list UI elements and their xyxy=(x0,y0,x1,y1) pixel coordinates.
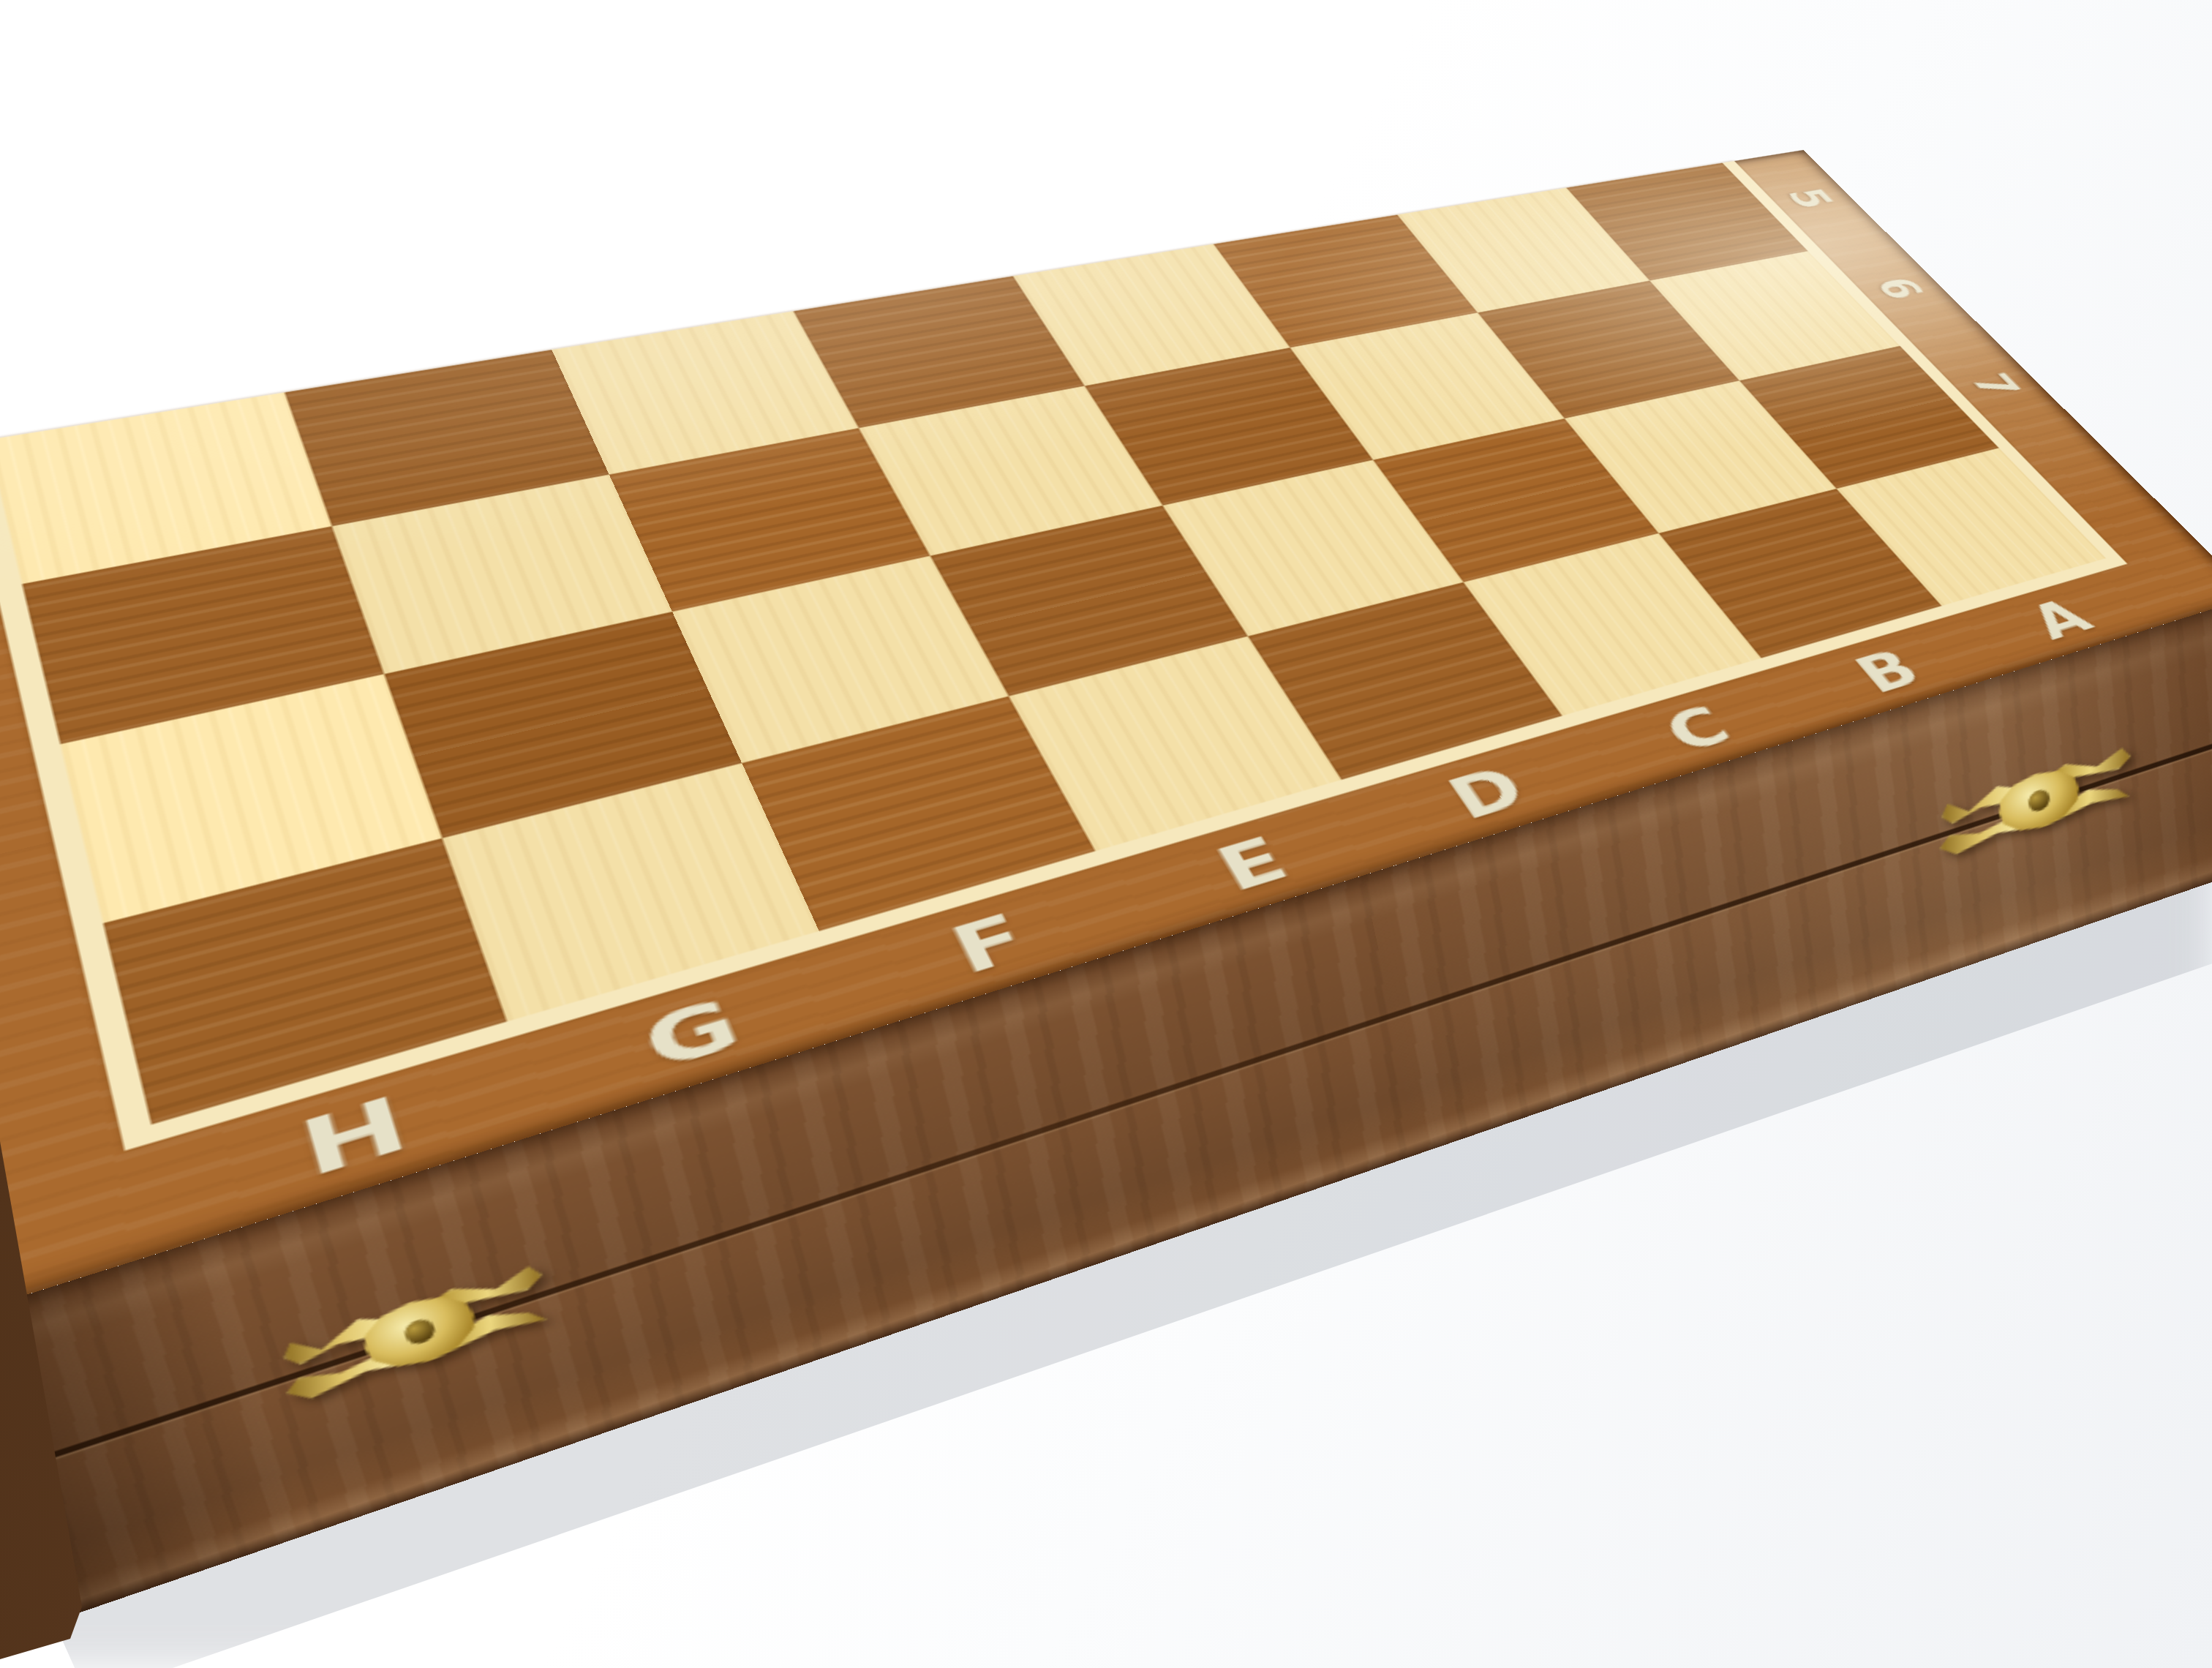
page: { "game": "chess", "scene": { "descripti… xyxy=(0,0,2212,1668)
file-label: F xyxy=(938,899,1039,989)
file-label: A xyxy=(2016,588,2104,650)
brass-latch-left xyxy=(266,1245,568,1419)
rank-label: 7 xyxy=(1959,369,2032,402)
file-label: B xyxy=(1842,639,1933,705)
scene: HGFEDCBA 567 xyxy=(0,0,2212,1668)
rank-label: 5 xyxy=(1776,185,1846,212)
file-label: C xyxy=(1651,694,1744,764)
file-label: D xyxy=(1434,754,1539,833)
file-label: E xyxy=(1203,823,1300,905)
rank-label: 6 xyxy=(1864,274,1935,304)
file-label: G xyxy=(632,983,751,1086)
brass-latch-right xyxy=(1931,730,2143,873)
